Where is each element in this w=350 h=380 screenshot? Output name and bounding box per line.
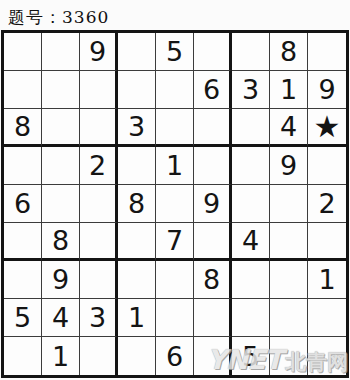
given-cell[interactable]: 1 xyxy=(308,261,346,299)
given-cell[interactable]: 1 xyxy=(270,71,308,109)
empty-cell[interactable] xyxy=(80,71,118,109)
empty-cell[interactable] xyxy=(156,71,194,109)
empty-cell[interactable] xyxy=(156,109,194,147)
given-cell[interactable]: 3 xyxy=(232,71,270,109)
empty-cell[interactable] xyxy=(42,109,80,147)
given-cell[interactable]: 8 xyxy=(42,223,80,261)
sudoku-board: 9586319834★21968928749815431165 xyxy=(1,30,349,378)
given-cell[interactable]: 3 xyxy=(80,299,118,337)
empty-cell[interactable] xyxy=(4,33,42,71)
empty-cell[interactable] xyxy=(232,109,270,147)
empty-cell[interactable] xyxy=(232,147,270,185)
empty-cell[interactable] xyxy=(4,147,42,185)
empty-cell[interactable] xyxy=(4,71,42,109)
empty-cell[interactable] xyxy=(118,223,156,261)
empty-cell[interactable] xyxy=(4,223,42,261)
empty-cell[interactable] xyxy=(308,337,346,375)
empty-cell[interactable] xyxy=(80,261,118,299)
given-cell[interactable]: 1 xyxy=(156,147,194,185)
empty-cell[interactable] xyxy=(194,109,232,147)
empty-cell[interactable] xyxy=(42,185,80,223)
empty-cell[interactable] xyxy=(194,299,232,337)
empty-cell[interactable] xyxy=(194,147,232,185)
empty-cell[interactable] xyxy=(232,33,270,71)
empty-cell[interactable] xyxy=(4,337,42,375)
empty-cell[interactable] xyxy=(270,223,308,261)
empty-cell[interactable] xyxy=(194,337,232,375)
empty-cell[interactable] xyxy=(270,337,308,375)
page-title: 题号：3360 xyxy=(0,0,350,30)
given-cell[interactable]: 8 xyxy=(270,33,308,71)
empty-cell[interactable] xyxy=(118,147,156,185)
empty-cell[interactable] xyxy=(80,223,118,261)
empty-cell[interactable] xyxy=(156,299,194,337)
given-cell[interactable]: 9 xyxy=(308,71,346,109)
empty-cell[interactable] xyxy=(308,147,346,185)
given-cell[interactable]: 5 xyxy=(232,337,270,375)
given-cell[interactable]: 7 xyxy=(156,223,194,261)
empty-cell[interactable] xyxy=(194,33,232,71)
given-cell[interactable]: 2 xyxy=(308,185,346,223)
empty-cell[interactable] xyxy=(80,185,118,223)
empty-cell[interactable] xyxy=(270,261,308,299)
empty-cell[interactable] xyxy=(42,147,80,185)
given-cell[interactable]: 5 xyxy=(4,299,42,337)
given-cell[interactable]: 4 xyxy=(232,223,270,261)
empty-cell[interactable] xyxy=(80,109,118,147)
empty-cell[interactable] xyxy=(118,71,156,109)
given-cell[interactable]: 8 xyxy=(194,261,232,299)
given-cell[interactable]: 8 xyxy=(4,109,42,147)
empty-cell[interactable] xyxy=(156,185,194,223)
given-cell[interactable]: 2 xyxy=(80,147,118,185)
empty-cell[interactable] xyxy=(194,223,232,261)
empty-cell[interactable] xyxy=(118,33,156,71)
given-cell[interactable]: 9 xyxy=(194,185,232,223)
given-cell[interactable]: 4 xyxy=(270,109,308,147)
given-cell[interactable]: 1 xyxy=(118,299,156,337)
sudoku-page: 题号：3360 9586319834★21968928749815431165 … xyxy=(0,0,350,380)
given-cell[interactable]: 6 xyxy=(194,71,232,109)
given-cell[interactable]: 4 xyxy=(42,299,80,337)
empty-cell[interactable] xyxy=(232,299,270,337)
empty-cell[interactable] xyxy=(118,337,156,375)
given-cell[interactable]: 1 xyxy=(42,337,80,375)
given-cell[interactable]: 5 xyxy=(156,33,194,71)
given-cell[interactable]: 8 xyxy=(118,185,156,223)
empty-cell[interactable] xyxy=(42,33,80,71)
empty-cell[interactable] xyxy=(156,261,194,299)
empty-cell[interactable] xyxy=(80,337,118,375)
given-cell[interactable]: 6 xyxy=(4,185,42,223)
empty-cell[interactable] xyxy=(232,185,270,223)
star-cell[interactable]: ★ xyxy=(308,109,346,147)
empty-cell[interactable] xyxy=(118,261,156,299)
given-cell[interactable]: 3 xyxy=(118,109,156,147)
empty-cell[interactable] xyxy=(308,33,346,71)
empty-cell[interactable] xyxy=(4,261,42,299)
given-cell[interactable]: 9 xyxy=(270,147,308,185)
empty-cell[interactable] xyxy=(308,299,346,337)
empty-cell[interactable] xyxy=(232,261,270,299)
given-cell[interactable]: 9 xyxy=(42,261,80,299)
empty-cell[interactable] xyxy=(270,299,308,337)
empty-cell[interactable] xyxy=(308,223,346,261)
empty-cell[interactable] xyxy=(270,185,308,223)
given-cell[interactable]: 9 xyxy=(80,33,118,71)
empty-cell[interactable] xyxy=(42,71,80,109)
given-cell[interactable]: 6 xyxy=(156,337,194,375)
